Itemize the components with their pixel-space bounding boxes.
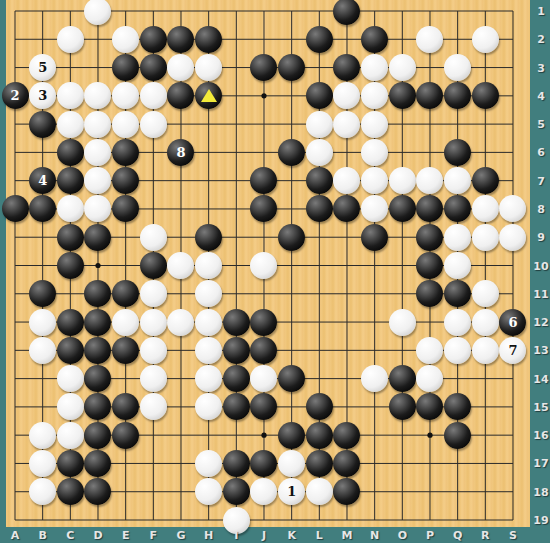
black-stone-C6[interactable] bbox=[57, 139, 84, 166]
black-stone-L4[interactable] bbox=[306, 82, 333, 109]
black-stone-B5[interactable] bbox=[29, 111, 56, 138]
black-stone-F2[interactable] bbox=[140, 26, 167, 53]
white-stone-L18[interactable] bbox=[306, 478, 333, 505]
black-stone-A4[interactable]: 2 bbox=[2, 82, 29, 109]
move-number-label: 2 bbox=[10, 89, 19, 102]
black-stone-C9[interactable] bbox=[57, 224, 84, 251]
black-stone-E16[interactable] bbox=[112, 422, 139, 449]
move-number-label: 5 bbox=[38, 61, 47, 74]
black-stone-S12[interactable]: 6 bbox=[499, 309, 526, 336]
white-stone-B3[interactable]: 5 bbox=[29, 54, 56, 81]
coord-letter-P: P bbox=[426, 529, 434, 542]
black-stone-N9[interactable] bbox=[361, 224, 388, 251]
black-stone-I12[interactable] bbox=[223, 309, 250, 336]
coord-number-4: 4 bbox=[537, 89, 545, 102]
white-stone-C5[interactable] bbox=[57, 111, 84, 138]
black-stone-E6[interactable] bbox=[112, 139, 139, 166]
move-number-label: 8 bbox=[176, 146, 185, 159]
white-stone-F5[interactable] bbox=[140, 111, 167, 138]
white-stone-H10[interactable] bbox=[195, 252, 222, 279]
white-stone-R13[interactable] bbox=[472, 337, 499, 364]
white-stone-Q3[interactable] bbox=[444, 54, 471, 81]
coord-number-2: 2 bbox=[537, 33, 545, 46]
white-stone-Q13[interactable] bbox=[444, 337, 471, 364]
coord-letter-C: C bbox=[66, 529, 74, 542]
coord-letter-G: G bbox=[176, 529, 185, 542]
black-stone-I13[interactable] bbox=[223, 337, 250, 364]
coord-letter-L: L bbox=[316, 529, 323, 542]
white-stone-H17[interactable] bbox=[195, 450, 222, 477]
black-stone-Q6[interactable] bbox=[444, 139, 471, 166]
white-stone-Q10[interactable] bbox=[444, 252, 471, 279]
black-stone-O15[interactable] bbox=[389, 393, 416, 420]
black-stone-C17[interactable] bbox=[57, 450, 84, 477]
coord-letter-A: A bbox=[11, 529, 20, 542]
white-stone-R2[interactable] bbox=[472, 26, 499, 53]
black-stone-H2[interactable] bbox=[195, 26, 222, 53]
coord-number-19: 19 bbox=[533, 514, 548, 527]
star-point bbox=[427, 433, 432, 438]
move-number-label: 3 bbox=[38, 89, 47, 102]
white-stone-D5[interactable] bbox=[84, 111, 111, 138]
coord-letter-D: D bbox=[93, 529, 102, 542]
black-stone-I17[interactable] bbox=[223, 450, 250, 477]
black-stone-L15[interactable] bbox=[306, 393, 333, 420]
coord-number-1: 1 bbox=[537, 5, 545, 18]
coord-number-3: 3 bbox=[537, 61, 545, 74]
black-stone-J12[interactable] bbox=[250, 309, 277, 336]
black-stone-N2[interactable] bbox=[361, 26, 388, 53]
star-point bbox=[261, 93, 266, 98]
black-stone-C13[interactable] bbox=[57, 337, 84, 364]
coord-number-9: 9 bbox=[537, 231, 545, 244]
black-stone-H9[interactable] bbox=[195, 224, 222, 251]
white-stone-N6[interactable] bbox=[361, 139, 388, 166]
black-stone-R4[interactable] bbox=[472, 82, 499, 109]
star-point bbox=[261, 433, 266, 438]
black-stone-I18[interactable] bbox=[223, 478, 250, 505]
black-stone-E13[interactable] bbox=[112, 337, 139, 364]
black-stone-C12[interactable] bbox=[57, 309, 84, 336]
black-stone-D12[interactable] bbox=[84, 309, 111, 336]
coord-letter-I: I bbox=[234, 529, 238, 542]
white-stone-C2[interactable] bbox=[57, 26, 84, 53]
black-stone-C10[interactable] bbox=[57, 252, 84, 279]
go-board-frame: 52384671 ABCDEFGHIJKLMNOPQRS123456789101… bbox=[0, 0, 550, 543]
coord-letter-S: S bbox=[509, 529, 517, 542]
black-stone-M16[interactable] bbox=[333, 422, 360, 449]
white-stone-C4[interactable] bbox=[57, 82, 84, 109]
coord-number-18: 18 bbox=[533, 485, 548, 498]
coord-number-16: 16 bbox=[533, 429, 548, 442]
white-stone-B13[interactable] bbox=[29, 337, 56, 364]
white-stone-H12[interactable] bbox=[195, 309, 222, 336]
coord-letter-O: O bbox=[398, 529, 407, 542]
white-stone-F4[interactable] bbox=[140, 82, 167, 109]
white-stone-F11[interactable] bbox=[140, 280, 167, 307]
triangle-mark-icon bbox=[201, 89, 217, 102]
coord-letter-R: R bbox=[481, 529, 489, 542]
coord-number-14: 14 bbox=[533, 372, 548, 385]
black-stone-K3[interactable] bbox=[278, 54, 305, 81]
move-number-label: 1 bbox=[287, 485, 296, 498]
white-stone-E12[interactable] bbox=[112, 309, 139, 336]
coord-number-6: 6 bbox=[537, 146, 545, 159]
black-stone-L2[interactable] bbox=[306, 26, 333, 53]
coord-letter-E: E bbox=[122, 529, 130, 542]
coord-number-13: 13 bbox=[533, 344, 548, 357]
black-stone-C7[interactable] bbox=[57, 167, 84, 194]
white-stone-F9[interactable] bbox=[140, 224, 167, 251]
white-stone-C14[interactable] bbox=[57, 365, 84, 392]
white-stone-M5[interactable] bbox=[333, 111, 360, 138]
black-stone-E3[interactable] bbox=[112, 54, 139, 81]
white-stone-C16[interactable] bbox=[57, 422, 84, 449]
white-stone-O3[interactable] bbox=[389, 54, 416, 81]
black-stone-A8[interactable] bbox=[2, 195, 29, 222]
white-stone-B12[interactable] bbox=[29, 309, 56, 336]
white-stone-H3[interactable] bbox=[195, 54, 222, 81]
coord-letter-F: F bbox=[150, 529, 158, 542]
coord-letter-B: B bbox=[38, 529, 46, 542]
black-stone-L7[interactable] bbox=[306, 167, 333, 194]
black-stone-F10[interactable] bbox=[140, 252, 167, 279]
black-stone-F3[interactable] bbox=[140, 54, 167, 81]
white-stone-F12[interactable] bbox=[140, 309, 167, 336]
white-stone-Q9[interactable] bbox=[444, 224, 471, 251]
white-stone-O12[interactable] bbox=[389, 309, 416, 336]
black-stone-K6[interactable] bbox=[278, 139, 305, 166]
black-stone-I15[interactable] bbox=[223, 393, 250, 420]
black-stone-K9[interactable] bbox=[278, 224, 305, 251]
coord-number-7: 7 bbox=[537, 174, 545, 187]
coord-number-8: 8 bbox=[537, 202, 545, 215]
white-stone-O7[interactable] bbox=[389, 167, 416, 194]
coord-letter-M: M bbox=[342, 529, 353, 542]
black-stone-C18[interactable] bbox=[57, 478, 84, 505]
coord-number-12: 12 bbox=[533, 316, 548, 329]
black-stone-R7[interactable] bbox=[472, 167, 499, 194]
white-stone-Q12[interactable] bbox=[444, 309, 471, 336]
black-stone-O14[interactable] bbox=[389, 365, 416, 392]
white-stone-F14[interactable] bbox=[140, 365, 167, 392]
coord-letter-J: J bbox=[262, 529, 266, 542]
white-stone-G12[interactable] bbox=[167, 309, 194, 336]
move-number-label: 6 bbox=[508, 316, 517, 329]
coord-number-11: 11 bbox=[533, 287, 548, 300]
coord-number-5: 5 bbox=[537, 118, 545, 131]
white-stone-N3[interactable] bbox=[361, 54, 388, 81]
white-stone-E5[interactable] bbox=[112, 111, 139, 138]
coord-number-10: 10 bbox=[533, 259, 548, 272]
white-stone-F13[interactable] bbox=[140, 337, 167, 364]
white-stone-L6[interactable] bbox=[306, 139, 333, 166]
coord-letter-K: K bbox=[287, 529, 296, 542]
black-stone-Q16[interactable] bbox=[444, 422, 471, 449]
move-number-label: 7 bbox=[508, 344, 517, 357]
coord-number-15: 15 bbox=[533, 400, 548, 413]
coord-number-17: 17 bbox=[533, 457, 548, 470]
white-stone-B17[interactable] bbox=[29, 450, 56, 477]
white-stone-R11[interactable] bbox=[472, 280, 499, 307]
black-stone-I14[interactable] bbox=[223, 365, 250, 392]
white-stone-L5[interactable] bbox=[306, 111, 333, 138]
black-stone-L17[interactable] bbox=[306, 450, 333, 477]
black-stone-L16[interactable] bbox=[306, 422, 333, 449]
white-stone-K17[interactable] bbox=[278, 450, 305, 477]
white-stone-R12[interactable] bbox=[472, 309, 499, 336]
black-stone-D16[interactable] bbox=[84, 422, 111, 449]
white-stone-R9[interactable] bbox=[472, 224, 499, 251]
white-stone-E2[interactable] bbox=[112, 26, 139, 53]
white-stone-H13[interactable] bbox=[195, 337, 222, 364]
black-stone-K16[interactable] bbox=[278, 422, 305, 449]
star-point bbox=[95, 263, 100, 268]
coord-letter-H: H bbox=[204, 529, 213, 542]
white-stone-B16[interactable] bbox=[29, 422, 56, 449]
black-stone-O4[interactable] bbox=[389, 82, 416, 109]
coord-letter-N: N bbox=[370, 529, 379, 542]
move-number-label: 4 bbox=[38, 174, 47, 187]
coord-letter-Q: Q bbox=[453, 529, 462, 542]
white-stone-N5[interactable] bbox=[361, 111, 388, 138]
